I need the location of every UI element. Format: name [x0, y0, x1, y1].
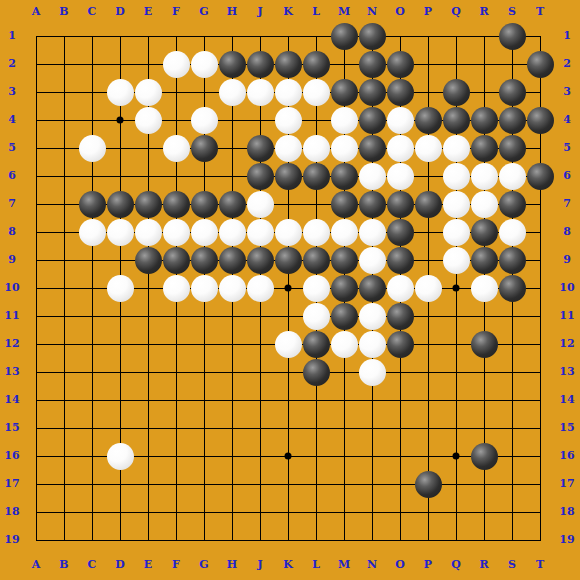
intersection-Q15[interactable]	[442, 414, 470, 442]
intersection-S17[interactable]	[498, 470, 526, 498]
intersection-F9[interactable]	[162, 246, 190, 274]
intersection-S3[interactable]	[498, 78, 526, 106]
intersection-M13[interactable]	[330, 358, 358, 386]
intersection-H4[interactable]	[218, 106, 246, 134]
intersection-K18[interactable]	[274, 498, 302, 526]
intersection-D5[interactable]	[106, 134, 134, 162]
intersection-L12[interactable]	[302, 330, 330, 358]
intersection-P17[interactable]	[414, 470, 442, 498]
intersection-T14[interactable]	[526, 386, 554, 414]
intersection-B5[interactable]	[50, 134, 78, 162]
intersection-J14[interactable]	[246, 386, 274, 414]
intersection-P4[interactable]	[414, 106, 442, 134]
intersection-L15[interactable]	[302, 414, 330, 442]
intersection-L2[interactable]	[302, 50, 330, 78]
intersection-E4[interactable]	[134, 106, 162, 134]
intersection-O11[interactable]	[386, 302, 414, 330]
intersection-A4[interactable]	[22, 106, 50, 134]
intersection-G8[interactable]	[190, 218, 218, 246]
intersection-K8[interactable]	[274, 218, 302, 246]
intersection-T6[interactable]	[526, 162, 554, 190]
intersection-R17[interactable]	[470, 470, 498, 498]
intersection-F12[interactable]	[162, 330, 190, 358]
intersection-M9[interactable]	[330, 246, 358, 274]
intersection-K4[interactable]	[274, 106, 302, 134]
intersection-T18[interactable]	[526, 498, 554, 526]
intersection-T3[interactable]	[526, 78, 554, 106]
intersection-P12[interactable]	[414, 330, 442, 358]
intersection-S19[interactable]	[498, 526, 526, 554]
intersection-H3[interactable]	[218, 78, 246, 106]
intersection-D2[interactable]	[106, 50, 134, 78]
intersection-G5[interactable]	[190, 134, 218, 162]
intersection-P11[interactable]	[414, 302, 442, 330]
intersection-T17[interactable]	[526, 470, 554, 498]
intersection-L17[interactable]	[302, 470, 330, 498]
intersection-Q14[interactable]	[442, 386, 470, 414]
intersection-A9[interactable]	[22, 246, 50, 274]
intersection-C10[interactable]	[78, 274, 106, 302]
intersection-M11[interactable]	[330, 302, 358, 330]
intersection-J5[interactable]	[246, 134, 274, 162]
intersection-F11[interactable]	[162, 302, 190, 330]
intersection-T4[interactable]	[526, 106, 554, 134]
intersection-B2[interactable]	[50, 50, 78, 78]
intersection-J4[interactable]	[246, 106, 274, 134]
intersection-H10[interactable]	[218, 274, 246, 302]
intersection-J13[interactable]	[246, 358, 274, 386]
intersection-S7[interactable]	[498, 190, 526, 218]
intersection-K12[interactable]	[274, 330, 302, 358]
intersection-F16[interactable]	[162, 442, 190, 470]
intersection-Q1[interactable]	[442, 22, 470, 50]
intersection-A2[interactable]	[22, 50, 50, 78]
intersection-D11[interactable]	[106, 302, 134, 330]
intersection-O6[interactable]	[386, 162, 414, 190]
intersection-A6[interactable]	[22, 162, 50, 190]
intersection-J8[interactable]	[246, 218, 274, 246]
intersection-K19[interactable]	[274, 526, 302, 554]
intersection-Q7[interactable]	[442, 190, 470, 218]
intersection-G18[interactable]	[190, 498, 218, 526]
intersection-G10[interactable]	[190, 274, 218, 302]
intersection-D4[interactable]	[106, 106, 134, 134]
intersection-S8[interactable]	[498, 218, 526, 246]
intersection-B16[interactable]	[50, 442, 78, 470]
intersection-M5[interactable]	[330, 134, 358, 162]
intersection-T5[interactable]	[526, 134, 554, 162]
intersection-G4[interactable]	[190, 106, 218, 134]
intersection-J18[interactable]	[246, 498, 274, 526]
intersection-P15[interactable]	[414, 414, 442, 442]
intersection-A5[interactable]	[22, 134, 50, 162]
intersection-M14[interactable]	[330, 386, 358, 414]
intersection-B6[interactable]	[50, 162, 78, 190]
intersection-G9[interactable]	[190, 246, 218, 274]
intersection-J16[interactable]	[246, 442, 274, 470]
intersection-P7[interactable]	[414, 190, 442, 218]
intersection-H19[interactable]	[218, 526, 246, 554]
intersection-N14[interactable]	[358, 386, 386, 414]
intersection-C17[interactable]	[78, 470, 106, 498]
intersection-B7[interactable]	[50, 190, 78, 218]
intersection-T9[interactable]	[526, 246, 554, 274]
intersection-O19[interactable]	[386, 526, 414, 554]
intersection-B3[interactable]	[50, 78, 78, 106]
intersection-D6[interactable]	[106, 162, 134, 190]
intersection-P19[interactable]	[414, 526, 442, 554]
intersection-Q13[interactable]	[442, 358, 470, 386]
intersection-B17[interactable]	[50, 470, 78, 498]
intersection-N16[interactable]	[358, 442, 386, 470]
intersection-Q9[interactable]	[442, 246, 470, 274]
intersection-P2[interactable]	[414, 50, 442, 78]
intersection-P16[interactable]	[414, 442, 442, 470]
intersection-N9[interactable]	[358, 246, 386, 274]
intersection-J15[interactable]	[246, 414, 274, 442]
intersection-E6[interactable]	[134, 162, 162, 190]
intersection-O4[interactable]	[386, 106, 414, 134]
intersection-M4[interactable]	[330, 106, 358, 134]
intersection-C14[interactable]	[78, 386, 106, 414]
intersection-K17[interactable]	[274, 470, 302, 498]
intersection-N5[interactable]	[358, 134, 386, 162]
intersection-M10[interactable]	[330, 274, 358, 302]
intersection-S5[interactable]	[498, 134, 526, 162]
intersection-T16[interactable]	[526, 442, 554, 470]
intersection-E19[interactable]	[134, 526, 162, 554]
intersection-E3[interactable]	[134, 78, 162, 106]
intersection-O7[interactable]	[386, 190, 414, 218]
intersection-O5[interactable]	[386, 134, 414, 162]
intersection-K5[interactable]	[274, 134, 302, 162]
intersection-F14[interactable]	[162, 386, 190, 414]
intersection-K13[interactable]	[274, 358, 302, 386]
intersection-E7[interactable]	[134, 190, 162, 218]
intersection-Q18[interactable]	[442, 498, 470, 526]
intersection-E15[interactable]	[134, 414, 162, 442]
intersection-R12[interactable]	[470, 330, 498, 358]
intersection-H15[interactable]	[218, 414, 246, 442]
intersection-T2[interactable]	[526, 50, 554, 78]
intersection-G6[interactable]	[190, 162, 218, 190]
intersection-N17[interactable]	[358, 470, 386, 498]
intersection-H1[interactable]	[218, 22, 246, 50]
intersection-E1[interactable]	[134, 22, 162, 50]
intersection-E9[interactable]	[134, 246, 162, 274]
intersection-A3[interactable]	[22, 78, 50, 106]
intersection-R4[interactable]	[470, 106, 498, 134]
intersection-O15[interactable]	[386, 414, 414, 442]
intersection-G2[interactable]	[190, 50, 218, 78]
intersection-M7[interactable]	[330, 190, 358, 218]
intersection-L1[interactable]	[302, 22, 330, 50]
intersection-R2[interactable]	[470, 50, 498, 78]
intersection-E13[interactable]	[134, 358, 162, 386]
intersection-P5[interactable]	[414, 134, 442, 162]
intersection-B1[interactable]	[50, 22, 78, 50]
intersection-A8[interactable]	[22, 218, 50, 246]
intersection-R15[interactable]	[470, 414, 498, 442]
intersection-O10[interactable]	[386, 274, 414, 302]
intersection-C2[interactable]	[78, 50, 106, 78]
intersection-T7[interactable]	[526, 190, 554, 218]
intersection-T15[interactable]	[526, 414, 554, 442]
intersection-M12[interactable]	[330, 330, 358, 358]
intersection-R6[interactable]	[470, 162, 498, 190]
intersection-J19[interactable]	[246, 526, 274, 554]
intersection-O3[interactable]	[386, 78, 414, 106]
intersection-J11[interactable]	[246, 302, 274, 330]
intersection-B18[interactable]	[50, 498, 78, 526]
intersection-F3[interactable]	[162, 78, 190, 106]
intersection-N6[interactable]	[358, 162, 386, 190]
intersection-H11[interactable]	[218, 302, 246, 330]
intersection-S9[interactable]	[498, 246, 526, 274]
intersection-T12[interactable]	[526, 330, 554, 358]
intersection-K2[interactable]	[274, 50, 302, 78]
intersection-T13[interactable]	[526, 358, 554, 386]
intersection-S1[interactable]	[498, 22, 526, 50]
intersection-B19[interactable]	[50, 526, 78, 554]
intersection-H7[interactable]	[218, 190, 246, 218]
intersection-S16[interactable]	[498, 442, 526, 470]
intersection-L8[interactable]	[302, 218, 330, 246]
intersection-R13[interactable]	[470, 358, 498, 386]
intersection-R5[interactable]	[470, 134, 498, 162]
intersection-H2[interactable]	[218, 50, 246, 78]
intersection-R3[interactable]	[470, 78, 498, 106]
intersection-A15[interactable]	[22, 414, 50, 442]
intersection-S18[interactable]	[498, 498, 526, 526]
intersection-F13[interactable]	[162, 358, 190, 386]
intersection-G19[interactable]	[190, 526, 218, 554]
intersection-F5[interactable]	[162, 134, 190, 162]
intersection-M16[interactable]	[330, 442, 358, 470]
intersection-F17[interactable]	[162, 470, 190, 498]
intersection-E2[interactable]	[134, 50, 162, 78]
intersection-P3[interactable]	[414, 78, 442, 106]
intersection-T11[interactable]	[526, 302, 554, 330]
intersection-G13[interactable]	[190, 358, 218, 386]
intersection-D12[interactable]	[106, 330, 134, 358]
intersection-G14[interactable]	[190, 386, 218, 414]
intersection-R16[interactable]	[470, 442, 498, 470]
intersection-S14[interactable]	[498, 386, 526, 414]
intersection-P9[interactable]	[414, 246, 442, 274]
intersection-M8[interactable]	[330, 218, 358, 246]
intersection-C16[interactable]	[78, 442, 106, 470]
intersection-S10[interactable]	[498, 274, 526, 302]
intersection-N8[interactable]	[358, 218, 386, 246]
intersection-N10[interactable]	[358, 274, 386, 302]
intersection-B10[interactable]	[50, 274, 78, 302]
intersection-Q12[interactable]	[442, 330, 470, 358]
intersection-H12[interactable]	[218, 330, 246, 358]
intersection-N11[interactable]	[358, 302, 386, 330]
intersection-L16[interactable]	[302, 442, 330, 470]
intersection-N12[interactable]	[358, 330, 386, 358]
intersection-H8[interactable]	[218, 218, 246, 246]
intersection-J1[interactable]	[246, 22, 274, 50]
intersection-M19[interactable]	[330, 526, 358, 554]
intersection-C19[interactable]	[78, 526, 106, 554]
intersection-C8[interactable]	[78, 218, 106, 246]
intersection-G7[interactable]	[190, 190, 218, 218]
intersection-N19[interactable]	[358, 526, 386, 554]
intersection-B15[interactable]	[50, 414, 78, 442]
intersection-O13[interactable]	[386, 358, 414, 386]
intersection-D3[interactable]	[106, 78, 134, 106]
intersection-Q16[interactable]	[442, 442, 470, 470]
intersection-L7[interactable]	[302, 190, 330, 218]
intersection-D9[interactable]	[106, 246, 134, 274]
intersection-R19[interactable]	[470, 526, 498, 554]
intersection-L18[interactable]	[302, 498, 330, 526]
intersection-N13[interactable]	[358, 358, 386, 386]
intersection-L5[interactable]	[302, 134, 330, 162]
intersection-S13[interactable]	[498, 358, 526, 386]
intersection-Q2[interactable]	[442, 50, 470, 78]
intersection-T1[interactable]	[526, 22, 554, 50]
intersection-K11[interactable]	[274, 302, 302, 330]
intersection-R14[interactable]	[470, 386, 498, 414]
intersection-A16[interactable]	[22, 442, 50, 470]
intersection-D10[interactable]	[106, 274, 134, 302]
intersection-O8[interactable]	[386, 218, 414, 246]
intersection-N2[interactable]	[358, 50, 386, 78]
intersection-J7[interactable]	[246, 190, 274, 218]
intersection-F10[interactable]	[162, 274, 190, 302]
intersection-O17[interactable]	[386, 470, 414, 498]
intersection-A10[interactable]	[22, 274, 50, 302]
intersection-Q10[interactable]	[442, 274, 470, 302]
intersection-C5[interactable]	[78, 134, 106, 162]
intersection-P18[interactable]	[414, 498, 442, 526]
intersection-D7[interactable]	[106, 190, 134, 218]
intersection-F6[interactable]	[162, 162, 190, 190]
intersection-E18[interactable]	[134, 498, 162, 526]
intersection-F18[interactable]	[162, 498, 190, 526]
intersection-D15[interactable]	[106, 414, 134, 442]
intersection-E17[interactable]	[134, 470, 162, 498]
intersection-T19[interactable]	[526, 526, 554, 554]
intersection-N18[interactable]	[358, 498, 386, 526]
intersection-O14[interactable]	[386, 386, 414, 414]
intersection-H17[interactable]	[218, 470, 246, 498]
intersection-L10[interactable]	[302, 274, 330, 302]
intersection-Q4[interactable]	[442, 106, 470, 134]
intersection-A11[interactable]	[22, 302, 50, 330]
intersection-L14[interactable]	[302, 386, 330, 414]
intersection-C13[interactable]	[78, 358, 106, 386]
intersection-N7[interactable]	[358, 190, 386, 218]
intersection-D19[interactable]	[106, 526, 134, 554]
intersection-L6[interactable]	[302, 162, 330, 190]
intersection-D14[interactable]	[106, 386, 134, 414]
intersection-M18[interactable]	[330, 498, 358, 526]
intersection-M2[interactable]	[330, 50, 358, 78]
intersection-F7[interactable]	[162, 190, 190, 218]
intersection-E12[interactable]	[134, 330, 162, 358]
intersection-E8[interactable]	[134, 218, 162, 246]
intersection-J3[interactable]	[246, 78, 274, 106]
intersection-L19[interactable]	[302, 526, 330, 554]
intersection-F19[interactable]	[162, 526, 190, 554]
intersection-Q3[interactable]	[442, 78, 470, 106]
intersection-A7[interactable]	[22, 190, 50, 218]
intersection-P6[interactable]	[414, 162, 442, 190]
intersection-D18[interactable]	[106, 498, 134, 526]
intersection-K10[interactable]	[274, 274, 302, 302]
intersection-N15[interactable]	[358, 414, 386, 442]
intersection-H6[interactable]	[218, 162, 246, 190]
intersection-J17[interactable]	[246, 470, 274, 498]
intersection-C9[interactable]	[78, 246, 106, 274]
intersection-D13[interactable]	[106, 358, 134, 386]
intersection-L3[interactable]	[302, 78, 330, 106]
intersection-R11[interactable]	[470, 302, 498, 330]
intersection-C7[interactable]	[78, 190, 106, 218]
intersection-M6[interactable]	[330, 162, 358, 190]
intersection-F8[interactable]	[162, 218, 190, 246]
intersection-T8[interactable]	[526, 218, 554, 246]
intersection-A18[interactable]	[22, 498, 50, 526]
intersection-S11[interactable]	[498, 302, 526, 330]
intersection-R8[interactable]	[470, 218, 498, 246]
intersection-S15[interactable]	[498, 414, 526, 442]
intersection-C12[interactable]	[78, 330, 106, 358]
intersection-S6[interactable]	[498, 162, 526, 190]
intersection-D16[interactable]	[106, 442, 134, 470]
intersection-A14[interactable]	[22, 386, 50, 414]
intersection-O9[interactable]	[386, 246, 414, 274]
intersection-C4[interactable]	[78, 106, 106, 134]
intersection-C3[interactable]	[78, 78, 106, 106]
intersection-B4[interactable]	[50, 106, 78, 134]
intersection-K3[interactable]	[274, 78, 302, 106]
intersection-K9[interactable]	[274, 246, 302, 274]
intersection-F2[interactable]	[162, 50, 190, 78]
intersection-O12[interactable]	[386, 330, 414, 358]
intersection-M1[interactable]	[330, 22, 358, 50]
intersection-E11[interactable]	[134, 302, 162, 330]
intersection-P10[interactable]	[414, 274, 442, 302]
intersection-P8[interactable]	[414, 218, 442, 246]
intersection-F15[interactable]	[162, 414, 190, 442]
intersection-C6[interactable]	[78, 162, 106, 190]
intersection-S12[interactable]	[498, 330, 526, 358]
intersection-B8[interactable]	[50, 218, 78, 246]
intersection-Q19[interactable]	[442, 526, 470, 554]
intersection-O1[interactable]	[386, 22, 414, 50]
intersection-Q5[interactable]	[442, 134, 470, 162]
intersection-K6[interactable]	[274, 162, 302, 190]
intersection-Q17[interactable]	[442, 470, 470, 498]
intersection-C18[interactable]	[78, 498, 106, 526]
intersection-E16[interactable]	[134, 442, 162, 470]
intersection-D17[interactable]	[106, 470, 134, 498]
intersection-Q11[interactable]	[442, 302, 470, 330]
intersection-G3[interactable]	[190, 78, 218, 106]
intersection-O18[interactable]	[386, 498, 414, 526]
intersection-J12[interactable]	[246, 330, 274, 358]
intersection-M3[interactable]	[330, 78, 358, 106]
intersection-J6[interactable]	[246, 162, 274, 190]
intersection-S2[interactable]	[498, 50, 526, 78]
intersection-N4[interactable]	[358, 106, 386, 134]
intersection-J9[interactable]	[246, 246, 274, 274]
